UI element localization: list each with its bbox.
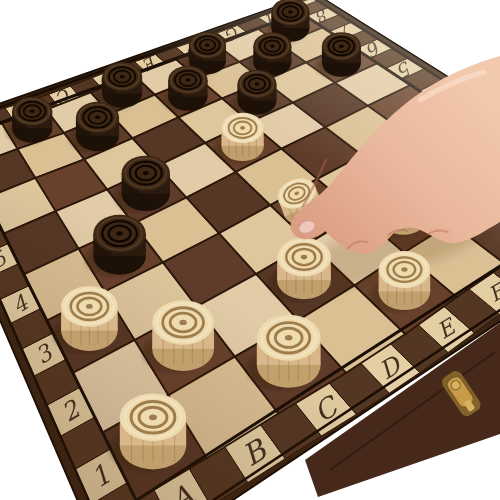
checker-black-h8-dot	[288, 10, 293, 13]
checker-black-h6-dot	[339, 45, 344, 48]
checker-black-d8-dot	[120, 75, 125, 78]
checker-black-f8-dot	[205, 43, 209, 46]
checker-black-g7-dot	[270, 44, 275, 47]
screenshot: AABBCCDDEEFFGGHH1122334455667788	[0, 0, 500, 500]
checker-black-c7-dot	[95, 116, 100, 120]
checker-black-f6-dot	[255, 82, 260, 85]
checker-white-d2-dot	[301, 255, 307, 260]
checker-black-b4-dot	[116, 231, 122, 236]
checker-white-a3-dot	[86, 304, 93, 309]
checker-white-c1-dot	[285, 335, 293, 341]
checker-black-c5-dot	[143, 171, 149, 175]
checkers-board-photo: AABBCCDDEEFFGGHH1122334455667788	[0, 0, 500, 500]
checker-black-b8-dot	[30, 109, 35, 112]
checker-black-e7-dot	[186, 78, 191, 81]
checker-white-e5-dot	[240, 126, 245, 130]
checker-white-b2-dot	[179, 320, 186, 325]
checker-white-e1-dot	[401, 267, 407, 271]
checker-white-a1-dot	[149, 414, 157, 420]
